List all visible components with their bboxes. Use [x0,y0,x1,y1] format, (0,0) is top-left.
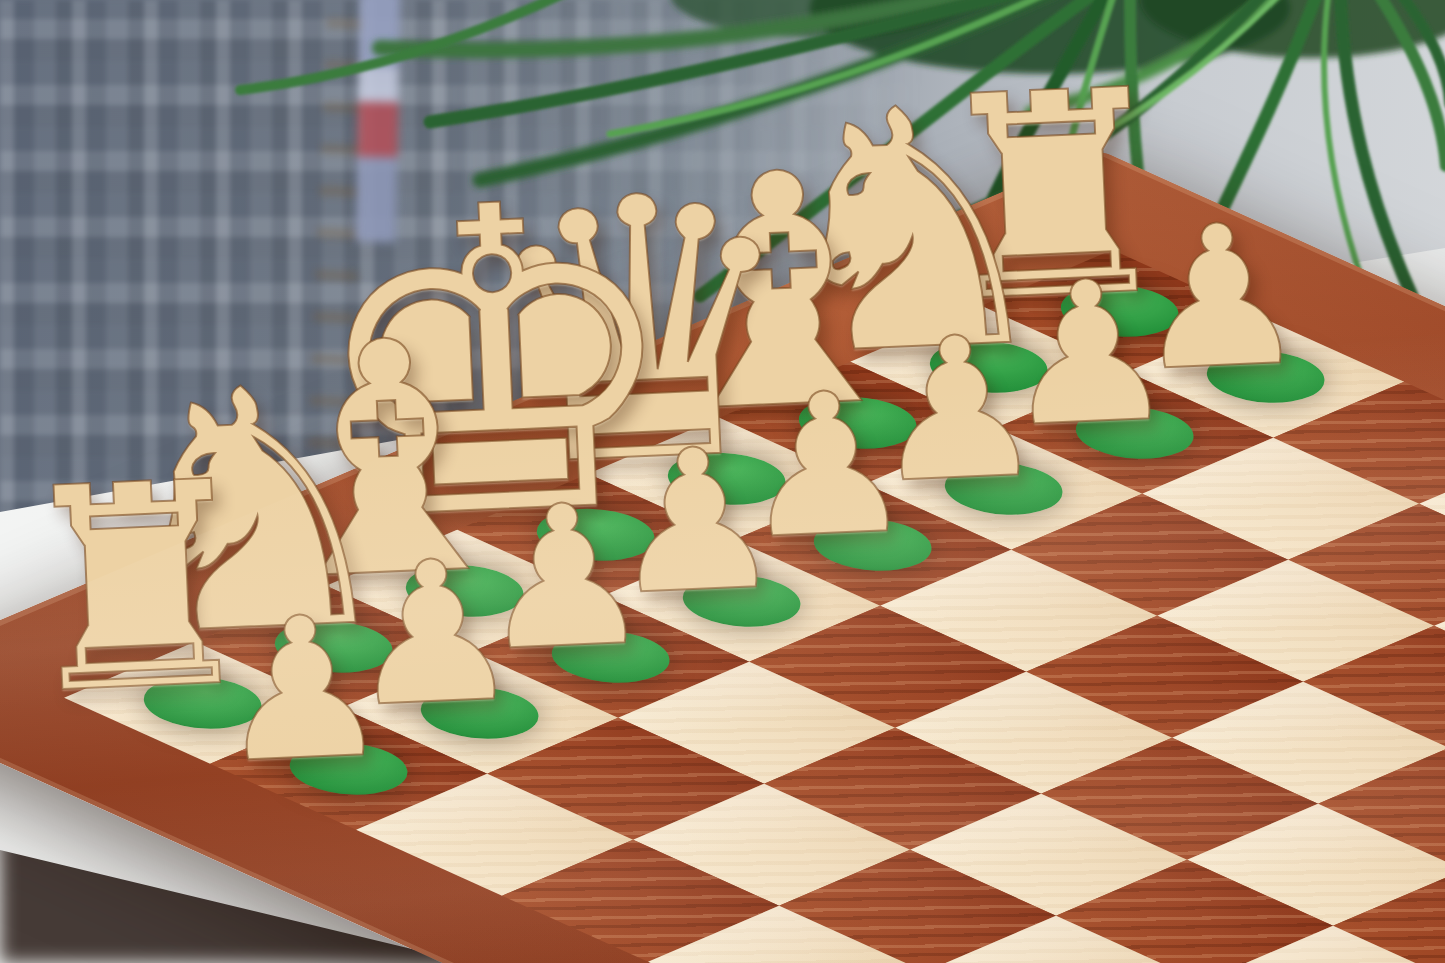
board-grid: ♜♟♞♟♝♟♛♟♚♟♝♟♞♟♜♟ [64,250,1445,963]
chessboard: ♜♟♞♟♝♟♛♟♚♟♝♟♞♟♜♟ [0,150,1445,963]
piece-white-pawn-h2[interactable]: ♟ [0,579,607,800]
scene: ♜♟♞♟♝♟♛♟♚♟♝♟♞♟♜♟ [0,0,1445,963]
